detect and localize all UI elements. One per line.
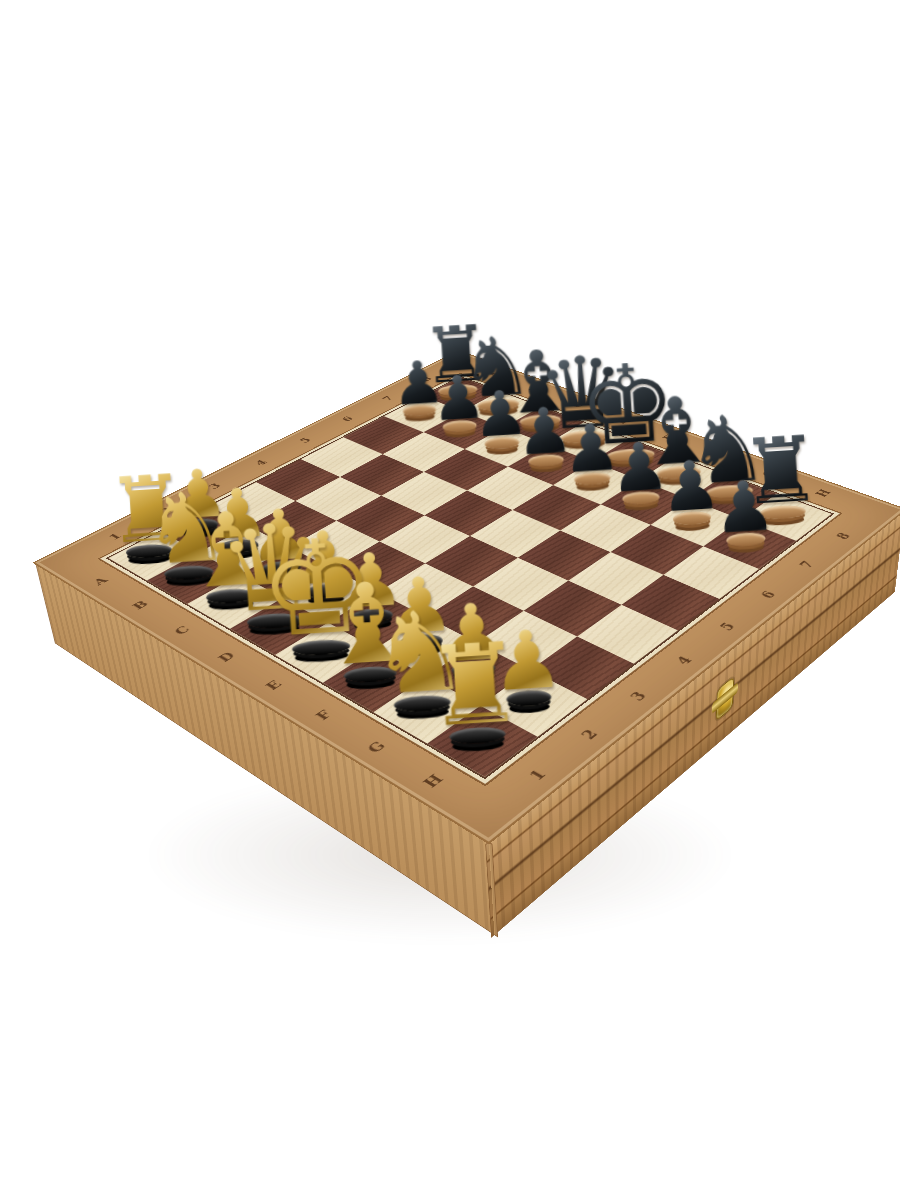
piece-black-pawn-h7[interactable]: ♟ <box>711 473 778 547</box>
brass-latch-icon <box>716 676 734 722</box>
square-h1[interactable]: ♜ <box>427 706 537 777</box>
black-pawn-glyph: ♟ <box>711 473 778 541</box>
product-photo-page: { "game": "chess", "scene": "overhead co… <box>0 0 900 1200</box>
piece-white-rook-h1[interactable]: ♜ <box>422 632 527 746</box>
white-rook-glyph: ♜ <box>422 632 527 739</box>
square-f5[interactable] <box>518 530 611 580</box>
square-h6[interactable] <box>664 546 759 598</box>
chess-box: ABCDEFGH ABCDEFGH 12345678 12345678 ♜♞♝♛… <box>142 208 799 865</box>
